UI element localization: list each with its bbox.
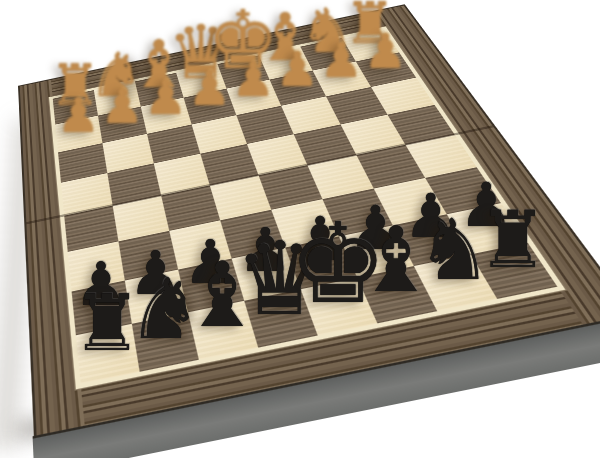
product-photo-scene: ♜♞♝♛♚♝♞♜♟♟♟♟♟♟♟♟♟♟♟♟♟♟♟♟♜♞♝♛♚♝♞♜ xyxy=(0,0,600,458)
board-squares-grid xyxy=(53,29,558,384)
square-b8 xyxy=(132,312,199,371)
chess-board xyxy=(20,6,600,436)
square-a8 xyxy=(76,324,140,384)
